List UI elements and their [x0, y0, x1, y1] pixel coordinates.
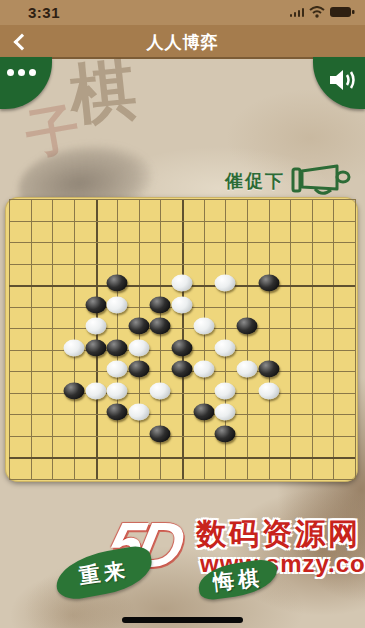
- white-stone: [193, 318, 214, 335]
- calligraphy-char-qi: 棋: [65, 45, 140, 141]
- black-stone: [107, 339, 128, 356]
- white-stone: [85, 318, 106, 335]
- black-stone: [236, 318, 257, 335]
- ellipsis-dots-icon: [7, 69, 36, 76]
- black-stone: [85, 339, 106, 356]
- urge-button[interactable]: 催促下: [225, 163, 353, 199]
- white-stone: [85, 382, 106, 399]
- restart-button[interactable]: 重来: [52, 544, 156, 602]
- grid-vline: [290, 199, 291, 479]
- black-stone: [172, 361, 193, 378]
- urge-label: 催促下: [225, 169, 285, 193]
- grid-hline: [9, 393, 355, 394]
- grid-vline: [355, 199, 356, 479]
- black-stone: [85, 296, 106, 313]
- white-stone: [63, 339, 84, 356]
- white-stone: [215, 339, 236, 356]
- grid-hline: [9, 479, 355, 480]
- grid-hline: [9, 457, 355, 459]
- grid-vline: [312, 199, 313, 479]
- undo-button[interactable]: 悔棋: [196, 558, 280, 602]
- home-indicator[interactable]: [122, 617, 243, 623]
- nav-bar: 人人博弈: [0, 25, 365, 59]
- white-stone: [128, 339, 149, 356]
- black-stone: [128, 318, 149, 335]
- menu-button[interactable]: [0, 57, 52, 109]
- black-stone: [258, 361, 279, 378]
- watermark-site-name: 数码资源网: [196, 514, 361, 555]
- black-stone: [258, 275, 279, 292]
- black-stone: [107, 404, 128, 421]
- white-stone: [193, 361, 214, 378]
- grid-vline: [247, 199, 248, 479]
- megaphone-icon: [291, 163, 353, 199]
- black-stone: [107, 275, 128, 292]
- white-stone: [107, 296, 128, 313]
- wifi-icon: [309, 6, 325, 18]
- white-stone: [107, 361, 128, 378]
- white-stone: [172, 275, 193, 292]
- restart-label: 重来: [77, 556, 130, 591]
- black-stone: [150, 318, 171, 335]
- grid-vline: [31, 199, 32, 479]
- grid-vline: [333, 199, 334, 479]
- black-stone: [215, 425, 236, 442]
- board[interactable]: [5, 197, 358, 482]
- grid-vline: [204, 199, 205, 479]
- white-stone: [172, 296, 193, 313]
- white-stone: [215, 404, 236, 421]
- white-stone: [215, 275, 236, 292]
- status-time: 3:31: [28, 4, 60, 21]
- speaker-icon: [328, 68, 358, 92]
- app-screen: 3:31 人人博弈 棋 子: [0, 0, 365, 628]
- watermark: 5D 数码资源网 www.smzy.com: [0, 500, 365, 610]
- grid-vline: [269, 199, 270, 479]
- white-stone: [107, 382, 128, 399]
- black-stone: [172, 339, 193, 356]
- status-bar: 3:31: [0, 0, 365, 25]
- black-stone: [193, 404, 214, 421]
- grid-hline: [9, 242, 355, 243]
- sound-button[interactable]: [313, 57, 365, 109]
- grid-vline: [9, 199, 10, 479]
- grid-hline: [9, 264, 355, 265]
- black-stone: [128, 361, 149, 378]
- grid-vline: [52, 199, 53, 479]
- signal-icon: [290, 8, 305, 17]
- grid-hline: [9, 199, 355, 200]
- white-stone: [215, 382, 236, 399]
- calligraphy-char-zi: 子: [20, 92, 86, 173]
- black-stone: [63, 382, 84, 399]
- battery-icon: [330, 6, 355, 18]
- black-stone: [150, 425, 171, 442]
- page-title: 人人博弈: [0, 31, 365, 54]
- black-stone: [150, 296, 171, 313]
- white-stone: [258, 382, 279, 399]
- white-stone: [150, 382, 171, 399]
- grid-hline: [9, 328, 355, 329]
- grid-hline: [9, 414, 355, 415]
- grid-hline: [9, 221, 355, 222]
- white-stone: [128, 404, 149, 421]
- white-stone: [236, 361, 257, 378]
- grid-hline: [9, 436, 355, 437]
- undo-label: 悔棋: [212, 563, 265, 596]
